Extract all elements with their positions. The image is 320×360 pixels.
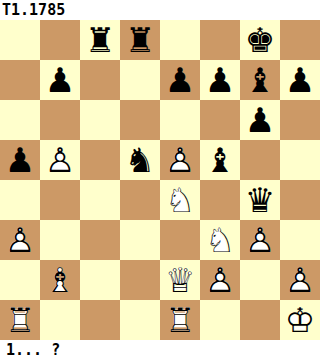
square-b7[interactable]: ♟ — [40, 60, 80, 100]
black-pawn-icon: ♟ — [40, 60, 80, 100]
square-f1[interactable] — [200, 300, 240, 340]
square-c2[interactable] — [80, 260, 120, 300]
square-f2[interactable]: ♟♙ — [200, 260, 240, 300]
square-c5[interactable] — [80, 140, 120, 180]
black-rook-icon: ♜ — [80, 20, 120, 60]
puzzle-header: T1.1785 — [0, 0, 320, 20]
square-a5[interactable]: ♟ — [0, 140, 40, 180]
white-pawn-icon: ♙ — [280, 260, 320, 300]
square-c8[interactable]: ♜ — [80, 20, 120, 60]
chess-board: ♜♜♚♟♟♟♝♟♟♟♟♙♞♟♙♝♞♘♛♟♙♞♘♟♙♝♗♛♕♟♙♟♙♜♖♜♖♚♔ — [0, 20, 320, 340]
square-e4[interactable]: ♞♘ — [160, 180, 200, 220]
black-rook-icon: ♜ — [120, 20, 160, 60]
white-pawn-icon: ♙ — [40, 140, 80, 180]
square-g4[interactable]: ♛ — [240, 180, 280, 220]
square-c3[interactable] — [80, 220, 120, 260]
square-e5[interactable]: ♟♙ — [160, 140, 200, 180]
square-a8[interactable] — [0, 20, 40, 60]
square-a4[interactable] — [0, 180, 40, 220]
square-a1[interactable]: ♜♖ — [0, 300, 40, 340]
square-h8[interactable] — [280, 20, 320, 60]
square-h2[interactable]: ♟♙ — [280, 260, 320, 300]
square-b3[interactable] — [40, 220, 80, 260]
square-e6[interactable] — [160, 100, 200, 140]
black-bishop-icon: ♝ — [200, 140, 240, 180]
square-b6[interactable] — [40, 100, 80, 140]
square-h6[interactable] — [280, 100, 320, 140]
square-f3[interactable]: ♞♘ — [200, 220, 240, 260]
square-c6[interactable] — [80, 100, 120, 140]
square-d6[interactable] — [120, 100, 160, 140]
black-knight-icon: ♞ — [120, 140, 160, 180]
white-rook-icon: ♖ — [160, 300, 200, 340]
white-pawn-icon: ♙ — [200, 260, 240, 300]
square-e1[interactable]: ♜♖ — [160, 300, 200, 340]
black-pawn-icon: ♟ — [200, 60, 240, 100]
square-b5[interactable]: ♟♙ — [40, 140, 80, 180]
square-a2[interactable] — [0, 260, 40, 300]
square-d1[interactable] — [120, 300, 160, 340]
puzzle-title: T1.1785 — [0, 0, 65, 20]
square-d3[interactable] — [120, 220, 160, 260]
black-king-icon: ♚ — [240, 20, 280, 60]
black-bishop-icon: ♝ — [240, 60, 280, 100]
black-pawn-icon: ♟ — [280, 60, 320, 100]
square-c1[interactable] — [80, 300, 120, 340]
square-g3[interactable]: ♟♙ — [240, 220, 280, 260]
square-g7[interactable]: ♝ — [240, 60, 280, 100]
black-pawn-icon: ♟ — [0, 140, 40, 180]
square-f8[interactable] — [200, 20, 240, 60]
square-h4[interactable] — [280, 180, 320, 220]
square-a7[interactable] — [0, 60, 40, 100]
square-d8[interactable]: ♜ — [120, 20, 160, 60]
square-f6[interactable] — [200, 100, 240, 140]
square-e3[interactable] — [160, 220, 200, 260]
white-pawn-icon: ♙ — [0, 220, 40, 260]
square-g8[interactable]: ♚ — [240, 20, 280, 60]
square-f4[interactable] — [200, 180, 240, 220]
square-h1[interactable]: ♚♔ — [280, 300, 320, 340]
square-d5[interactable]: ♞ — [120, 140, 160, 180]
square-b1[interactable] — [40, 300, 80, 340]
black-queen-icon: ♛ — [240, 180, 280, 220]
black-pawn-icon: ♟ — [160, 60, 200, 100]
white-pawn-icon: ♙ — [240, 220, 280, 260]
white-knight-icon: ♘ — [160, 180, 200, 220]
white-knight-icon: ♘ — [200, 220, 240, 260]
square-h3[interactable] — [280, 220, 320, 260]
square-b4[interactable] — [40, 180, 80, 220]
white-pawn-icon: ♙ — [160, 140, 200, 180]
square-d7[interactable] — [120, 60, 160, 100]
square-a3[interactable]: ♟♙ — [0, 220, 40, 260]
square-g1[interactable] — [240, 300, 280, 340]
square-a6[interactable] — [0, 100, 40, 140]
white-queen-icon: ♕ — [160, 260, 200, 300]
square-d4[interactable] — [120, 180, 160, 220]
square-h7[interactable]: ♟ — [280, 60, 320, 100]
black-pawn-icon: ♟ — [240, 100, 280, 140]
square-c4[interactable] — [80, 180, 120, 220]
square-c7[interactable] — [80, 60, 120, 100]
square-h5[interactable] — [280, 140, 320, 180]
square-f7[interactable]: ♟ — [200, 60, 240, 100]
white-king-icon: ♔ — [280, 300, 320, 340]
white-rook-icon: ♖ — [0, 300, 40, 340]
square-e7[interactable]: ♟ — [160, 60, 200, 100]
square-e8[interactable] — [160, 20, 200, 60]
square-g2[interactable] — [240, 260, 280, 300]
square-b2[interactable]: ♝♗ — [40, 260, 80, 300]
square-e2[interactable]: ♛♕ — [160, 260, 200, 300]
square-b8[interactable] — [40, 20, 80, 60]
square-g6[interactable]: ♟ — [240, 100, 280, 140]
square-d2[interactable] — [120, 260, 160, 300]
move-prompt: 1... ? — [0, 340, 60, 360]
move-prompt-bar: 1... ? — [0, 340, 320, 360]
square-f5[interactable]: ♝ — [200, 140, 240, 180]
square-g5[interactable] — [240, 140, 280, 180]
white-bishop-icon: ♗ — [40, 260, 80, 300]
